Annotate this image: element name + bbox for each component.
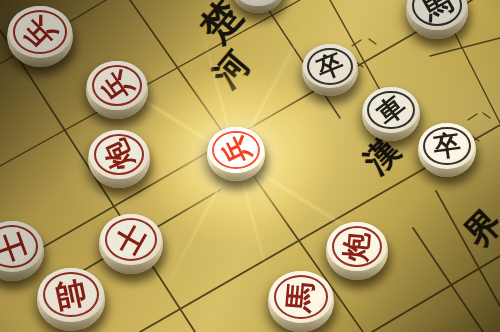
piece-face: 車 (363, 87, 419, 133)
piece-red-horse[interactable]: 馬 (268, 271, 334, 332)
piece-face: 兵 (208, 127, 264, 173)
piece-red-cannon[interactable]: 炮 (88, 130, 150, 188)
piece-face: 士 (100, 214, 162, 265)
piece-black-chariot[interactable]: 車 (362, 87, 420, 141)
piece-glyph: 卒 (416, 119, 478, 172)
piece-face: 馬 (407, 0, 467, 30)
piece-face: 炮 (327, 222, 387, 271)
piece-black-soldier[interactable]: 卒 (302, 44, 358, 96)
piece-black-soldier[interactable]: 卒 (418, 123, 476, 177)
piece-red-soldier[interactable]: 兵 (7, 6, 73, 67)
piece-glyph: 馬 (272, 263, 329, 331)
piece-red-soldier[interactable]: 兵 (207, 127, 265, 181)
piece-red-soldier[interactable]: 兵 (86, 61, 148, 119)
piece-face: 兵 (8, 6, 72, 58)
piece-red-general[interactable]: 帥 (37, 268, 105, 331)
piece-red-cannon[interactable]: 炮 (326, 222, 388, 280)
piece-face: 兵 (87, 61, 147, 110)
piece-red-advisor[interactable]: 士 (99, 214, 163, 274)
piece-face: 馬 (269, 271, 333, 323)
piece-face: 帥 (38, 268, 104, 322)
piece-face (232, 0, 284, 6)
piece-glyph: 炮 (330, 215, 384, 279)
piece-face: 卒 (303, 44, 357, 88)
piece-face: 卒 (419, 123, 475, 169)
xiangqi-photo: 楚河漢界 兵兵炮兵士士帥炮馬馬卒車卒 (0, 0, 500, 332)
piece-face: 炮 (89, 130, 149, 179)
